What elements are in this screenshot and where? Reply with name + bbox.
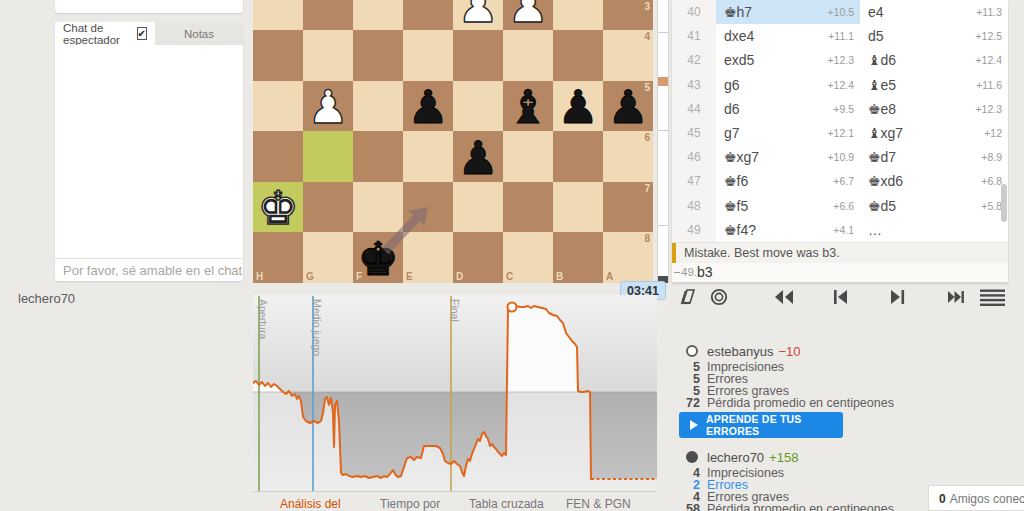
chat-input[interactable]: Por favor, sé amable en el chat (55, 258, 243, 281)
white-pawn: ♟ (507, 0, 548, 30)
move-eval: +8.9 (981, 151, 1002, 163)
rating-change: −10 (779, 344, 801, 359)
move-eval: +5.8 (981, 200, 1002, 212)
square-g3[interactable] (303, 0, 353, 30)
white-move-49[interactable]: ♚f4?+4.1 (716, 218, 860, 242)
move-san: … (868, 222, 882, 238)
square-g6[interactable] (303, 131, 353, 182)
move-san: d6 (724, 101, 740, 117)
square-d4[interactable] (453, 30, 503, 81)
square-d6[interactable]: ♟ (453, 131, 503, 182)
black-move-41[interactable]: d5+12.5 (860, 24, 1008, 48)
play-icon (690, 420, 698, 430)
white-move-47[interactable]: ♚f6+6.7 (716, 169, 860, 193)
move-eval: +12.1 (827, 127, 854, 139)
variation-move-number: 49. (681, 266, 697, 278)
white-move-40[interactable]: ♚h7+10.5 (716, 0, 860, 24)
move-eval: +10.5 (827, 6, 854, 18)
move-san: e4 (868, 4, 884, 20)
move-eval: +9.5 (833, 103, 854, 115)
square-e8[interactable]: E (403, 232, 453, 283)
move-number: 49 (672, 218, 716, 242)
first-move-button[interactable] (773, 287, 795, 307)
rating-change: +158 (769, 450, 798, 465)
mistake-marker-bar (672, 243, 676, 263)
square-a4[interactable]: 4 (603, 30, 653, 81)
move-eval: +12.3 (975, 103, 1002, 115)
stat-pérdida: 72Pérdida promedio en centipeones (672, 397, 1008, 409)
move-eval: +12.4 (975, 54, 1002, 66)
square-b7[interactable] (553, 182, 603, 233)
move-eval: +12 (984, 127, 1002, 139)
move-san: exd5 (724, 52, 754, 68)
black-bishop: ♝ (507, 83, 548, 131)
square-d8[interactable]: D (453, 232, 503, 283)
square-f4[interactable] (353, 30, 403, 81)
move-san: d5 (868, 28, 884, 44)
black-pawn: ♟ (457, 134, 498, 182)
square-d7[interactable] (453, 182, 503, 233)
black-move-43[interactable]: ♝e5+11.6 (860, 73, 1008, 97)
eval-gauge (657, 0, 669, 283)
square-e6[interactable] (403, 131, 453, 182)
rank-label-8: 8 (644, 233, 650, 244)
move-san: g6 (724, 77, 740, 93)
tab-spectator-chat[interactable]: Chat de espectador ✔ (55, 22, 155, 45)
learn-button-label: APRENDE DE TUS ERRORES (706, 413, 843, 437)
square-f3[interactable] (353, 0, 403, 30)
square-e3[interactable] (403, 0, 453, 30)
black-move-49[interactable]: … (860, 218, 1008, 242)
stat-count: 72 (672, 397, 700, 409)
tab-tiempo-por[interactable]: Tiempo por (380, 497, 440, 511)
square-f6[interactable] (353, 131, 403, 182)
square-a3[interactable]: 3 (603, 0, 653, 30)
square-a8[interactable]: 8A (603, 232, 653, 283)
move-number: 47 (672, 169, 716, 193)
square-c5[interactable]: ♝ (503, 81, 553, 132)
white-pawn: ♟ (307, 83, 348, 131)
move-san: ♝xg7 (868, 125, 903, 141)
square-a5[interactable]: ♟5 (603, 81, 653, 132)
previous-move-button[interactable] (830, 287, 850, 307)
square-d5[interactable] (453, 81, 503, 132)
chat-panel: Chat de espectador ✔ Notas Por favor, sé… (55, 22, 243, 281)
move-san: ♚f4? (724, 222, 756, 238)
svg-text:Final: Final (449, 299, 461, 322)
black-move-46[interactable]: ♚d7+8.9 (860, 145, 1008, 169)
stat-count: 58 (672, 503, 700, 511)
cutoff-player-box (55, 0, 243, 13)
rank-label-7: 7 (644, 183, 650, 194)
friends-online-box[interactable]: 0 Amigos conectad (928, 485, 1024, 511)
move-number: 42 (672, 48, 716, 72)
move-number: 43 (672, 73, 716, 97)
advantage-chart[interactable]: AperturaMedio juegoFinal (253, 295, 657, 492)
black-pawn: ♟ (407, 83, 448, 131)
move-san: ♚e8 (868, 101, 896, 117)
move-san: ♚f6 (724, 173, 748, 189)
square-g8[interactable]: G (303, 232, 353, 283)
square-h4[interactable] (253, 30, 303, 81)
svg-text:Medio juego: Medio juego (311, 299, 323, 356)
move-eval: +10.9 (827, 151, 854, 163)
white-move-46[interactable]: ♚xg7+10.9 (716, 145, 860, 169)
last-move-button[interactable] (946, 287, 968, 307)
variation-move: b3 (697, 264, 713, 280)
white-move-43[interactable]: g6+12.4 (716, 73, 860, 97)
square-c7[interactable] (503, 182, 553, 233)
svg-text:Apertura: Apertura (257, 299, 269, 339)
white-pawn: ♟ (457, 0, 498, 30)
square-e5[interactable]: ♟ (403, 81, 453, 132)
target-icon[interactable] (709, 287, 729, 307)
stats-player-white: estebanyus−105Imprecisiones5Errores5Erro… (672, 344, 1008, 409)
spectator-chat-label: Chat de espectador (63, 22, 131, 46)
variation-dash (674, 272, 680, 273)
menu-icon[interactable] (980, 287, 1005, 307)
move-eval: +12.3 (827, 54, 854, 66)
square-h8[interactable]: H (253, 232, 303, 283)
tab-tabla-cruzada[interactable]: Tabla cruzada (469, 497, 544, 511)
gauge-eval-marker (658, 77, 668, 86)
black-player-icon (686, 451, 698, 463)
move-san: ♚xg7 (724, 149, 759, 165)
gauge-tick (658, 225, 668, 226)
move-list-scrollbar[interactable] (1001, 184, 1007, 222)
file-label-g: G (306, 271, 314, 282)
gauge-tick (658, 130, 668, 131)
move-san: g7 (724, 125, 740, 141)
white-move-44[interactable]: d6+9.5 (716, 97, 860, 121)
stat-label: Pérdida promedio en centipeones (707, 397, 894, 409)
move-san: ♝d6 (868, 52, 896, 68)
square-f8[interactable]: ♚F (353, 232, 403, 283)
square-f7[interactable] (353, 182, 403, 233)
square-e4[interactable] (403, 30, 453, 81)
move-list-panel: 40♚h7+10.5e4+11.341dxe4+11.1d5+12.542exd… (672, 0, 1008, 283)
move-number: 40 (672, 0, 716, 24)
player-name[interactable]: lechero70 (707, 450, 764, 465)
move-number: 44 (672, 97, 716, 121)
black-pawn: ♟ (557, 83, 598, 131)
rank-label-4: 4 (644, 31, 650, 42)
rank-label-3: 3 (644, 1, 650, 12)
move-row-49: 49♚f4?+4.1… (672, 218, 1008, 242)
move-san: ♝e5 (868, 77, 896, 93)
file-label-a: A (606, 271, 613, 282)
file-label-b: B (556, 271, 563, 282)
stat-label: Pérdida promedio en centipeones (707, 503, 894, 511)
mistake-text: Mistake. Best move was b3. (684, 246, 840, 260)
black-move-42[interactable]: ♝d6+12.4 (860, 48, 1008, 72)
square-c3[interactable]: ♟ (503, 0, 553, 30)
player-header: estebanyus−10 (672, 344, 1008, 358)
move-eval: +12.4 (827, 79, 854, 91)
friends-count: 0 (939, 492, 946, 506)
square-e7[interactable] (403, 182, 453, 233)
square-g7[interactable] (303, 182, 353, 233)
square-c6[interactable] (503, 131, 553, 182)
square-c4[interactable] (503, 30, 553, 81)
file-label-h: H (256, 271, 263, 282)
move-san: ♚d7 (868, 149, 896, 165)
file-label-e: E (406, 271, 413, 282)
square-h5[interactable] (253, 81, 303, 132)
move-row-45: 45g7+12.1♝xg7+12 (672, 121, 1008, 145)
white-player-icon (686, 345, 698, 357)
square-g4[interactable] (303, 30, 353, 81)
move-number: 46 (672, 145, 716, 169)
move-row-44: 44d6+9.5♚e8+12.3 (672, 97, 1008, 121)
white-move-45[interactable]: g7+12.1 (716, 121, 860, 145)
square-b6[interactable] (553, 131, 603, 182)
move-number: 41 (672, 24, 716, 48)
square-f5[interactable] (353, 81, 403, 132)
file-label-f: F (356, 271, 362, 282)
move-row-46: 46♚xg7+10.9♚d7+8.9 (672, 145, 1008, 169)
move-list: 40♚h7+10.5e4+11.341dxe4+11.1d5+12.542exd… (672, 0, 1008, 242)
variation-line[interactable]: 49. b3 (672, 263, 1008, 283)
move-san: ♚d5 (868, 198, 896, 214)
square-h6[interactable] (253, 131, 303, 182)
square-h3[interactable] (253, 0, 303, 30)
move-row-40: 40♚h7+10.5e4+11.3 (672, 0, 1008, 24)
square-b8[interactable]: B (553, 232, 603, 283)
white-king: ♚ (257, 184, 298, 232)
move-eval: +11.3 (976, 6, 1002, 18)
move-eval: +4.1 (833, 224, 854, 236)
square-b5[interactable]: ♟ (553, 81, 603, 132)
square-b3[interactable] (553, 0, 603, 30)
black-pawn: ♟ (607, 83, 648, 131)
black-move-40[interactable]: e4+11.3 (860, 0, 1008, 24)
move-san: ♚f5 (724, 198, 748, 214)
player-header: lechero70+158 (672, 450, 1008, 464)
rank-label-6: 6 (644, 132, 650, 143)
black-move-45[interactable]: ♝xg7+12 (860, 121, 1008, 145)
chat-messages (55, 45, 243, 258)
tab-an-lisis-del[interactable]: Análisis del (280, 497, 341, 511)
book-icon[interactable] (678, 287, 698, 307)
move-san: dxe4 (724, 28, 754, 44)
square-h7[interactable]: ♚ (253, 182, 303, 233)
move-row-41: 41dxe4+11.1d5+12.5 (672, 24, 1008, 48)
file-label-c: C (506, 271, 513, 282)
move-san: ♚xd6 (868, 173, 903, 189)
square-a7[interactable]: 7 (603, 182, 653, 233)
spectator-name[interactable]: lechero70 (18, 291, 75, 306)
learn-from-mistakes-button[interactable]: APRENDE DE TUS ERRORES (679, 412, 843, 438)
move-eval: +11.6 (976, 79, 1002, 91)
move-row-47: 47♚f6+6.7♚xd6+6.8 (672, 169, 1008, 193)
black-move-48[interactable]: ♚d5+5.8 (860, 194, 1008, 218)
move-eval: +6.6 (833, 200, 854, 212)
mistake-comment: Mistake. Best move was b3. (672, 242, 1008, 263)
move-row-43: 43g6+12.4♝e5+11.6 (672, 73, 1008, 97)
move-row-42: 42exd5+12.3♝d6+12.4 (672, 48, 1008, 72)
move-row-48: 48♚f5+6.6♚d5+5.8 (672, 194, 1008, 218)
move-eval: +12.5 (975, 30, 1002, 42)
black-move-47[interactable]: ♚xd6+6.8 (860, 169, 1008, 193)
gauge-tick (658, 32, 668, 33)
chess-board[interactable]: ♟♟34♟♟♝♟♟5♟6♚7HG♚FEDCB8A (253, 0, 653, 283)
black-king: ♚ (357, 235, 398, 283)
move-eval: +6.8 (981, 175, 1002, 187)
tab-fen-pgn[interactable]: FEN & PGN (566, 497, 631, 511)
move-san: ♚h7 (724, 4, 752, 20)
next-move-button[interactable] (888, 287, 908, 307)
tab-notes[interactable]: Notas (155, 22, 243, 45)
move-eval: +11.1 (828, 30, 854, 42)
square-a6[interactable]: 6 (603, 131, 653, 182)
player-name[interactable]: estebanyus (707, 344, 774, 359)
black-move-44[interactable]: ♚e8+12.3 (860, 97, 1008, 121)
notes-label: Notas (184, 28, 214, 40)
file-label-d: D (456, 271, 463, 282)
rank-label-5: 5 (644, 82, 650, 93)
chat-toggle-checkbox[interactable]: ✔ (137, 27, 147, 40)
white-move-42[interactable]: exd5+12.3 (716, 48, 860, 72)
square-b4[interactable] (553, 30, 603, 81)
square-c8[interactable]: C (503, 232, 553, 283)
white-move-48[interactable]: ♚f5+6.6 (716, 194, 860, 218)
square-g5[interactable]: ♟ (303, 81, 353, 132)
friends-label: Amigos conectad (950, 492, 1024, 506)
move-number: 48 (672, 194, 716, 218)
move-number: 45 (672, 121, 716, 145)
move-eval: +6.7 (833, 175, 854, 187)
square-d3[interactable]: ♟ (453, 0, 503, 30)
chat-header: Chat de espectador ✔ Notas (55, 22, 243, 45)
white-move-41[interactable]: dxe4+11.1 (716, 24, 860, 48)
